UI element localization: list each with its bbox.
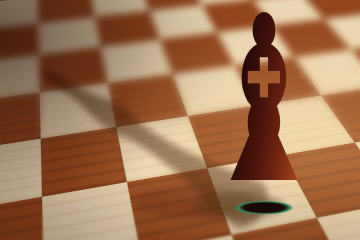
scene: ♝ — [0, 0, 360, 240]
board-square[interactable] — [0, 197, 44, 240]
black-bishop[interactable]: ♝ — [200, 0, 328, 216]
photo-stage: ♝ — [0, 0, 360, 240]
